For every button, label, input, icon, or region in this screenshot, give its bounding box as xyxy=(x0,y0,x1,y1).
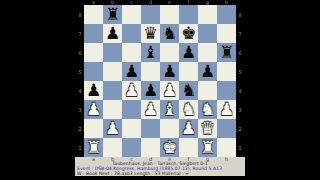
square-d2[interactable] xyxy=(141,119,160,138)
rank-label-6: 6 xyxy=(237,43,243,62)
square-a6[interactable] xyxy=(84,43,103,62)
square-d1[interactable] xyxy=(141,138,160,157)
piece-black-knight[interactable]: ♞ xyxy=(181,81,196,100)
piece-white-pawn[interactable]: ♟ xyxy=(105,119,120,138)
rank-label-4: 4 xyxy=(77,81,83,100)
square-a3[interactable]: ♟ xyxy=(84,100,103,119)
square-c6[interactable] xyxy=(122,43,141,62)
square-e2[interactable] xyxy=(160,119,179,138)
piece-black-pawn[interactable]: ♟ xyxy=(86,81,101,100)
rank-label-1: 1 xyxy=(237,138,243,157)
rank-label-8: 8 xyxy=(237,5,243,24)
square-e4[interactable]: ♟ xyxy=(160,81,179,100)
square-g6[interactable] xyxy=(198,43,217,62)
piece-white-pawn[interactable]: ♟ xyxy=(86,100,101,119)
rank-label-5: 5 xyxy=(237,62,243,81)
piece-black-bishop[interactable]: ♝ xyxy=(143,43,158,62)
square-a7[interactable] xyxy=(84,24,103,43)
square-d4[interactable]: ♟ xyxy=(141,81,160,100)
square-a4[interactable]: ♟ xyxy=(84,81,103,100)
rank-label-7: 7 xyxy=(237,24,243,43)
piece-white-pawn[interactable]: ♟ xyxy=(219,100,234,119)
square-b2[interactable]: ♟ xyxy=(103,119,122,138)
piece-white-rook[interactable]: ♜ xyxy=(200,138,215,157)
square-a1[interactable]: ♜ xyxy=(84,138,103,157)
square-c7[interactable] xyxy=(122,24,141,43)
square-g1[interactable]: ♜ xyxy=(198,138,217,157)
square-d3[interactable]: ♟ xyxy=(141,100,160,119)
piece-black-queen[interactable]: ♛ xyxy=(143,24,158,43)
piece-black-rook[interactable]: ♜ xyxy=(219,43,234,62)
square-e8[interactable] xyxy=(160,5,179,24)
rank-label-1: 1 xyxy=(77,138,83,157)
chess-board: ♜♟♛♞♚♝♟♜♟♟♟♟♟♟♟♞♟♟♝♞♞♟♟♟♛♜♚♜ xyxy=(84,5,236,157)
square-d7[interactable]: ♛ xyxy=(141,24,160,43)
piece-white-pawn[interactable]: ♟ xyxy=(143,100,158,119)
square-g4[interactable] xyxy=(198,81,217,100)
square-f3[interactable]: ♞ xyxy=(179,100,198,119)
square-b3[interactable] xyxy=(103,100,122,119)
square-f4[interactable]: ♞ xyxy=(179,81,198,100)
rank-label-7: 7 xyxy=(77,24,83,43)
square-c8[interactable] xyxy=(122,5,141,24)
piece-black-pawn[interactable]: ♟ xyxy=(200,62,215,81)
piece-white-pawn[interactable]: ♟ xyxy=(162,81,177,100)
piece-black-pawn[interactable]: ♟ xyxy=(162,62,177,81)
square-h3[interactable]: ♟ xyxy=(217,100,236,119)
board-rank-labels-left: 87654321 xyxy=(77,5,83,157)
square-d6[interactable]: ♝ xyxy=(141,43,160,62)
game-info-banner: abcdefgh Taubenhaus, Jean - Tarrasch, Si… xyxy=(75,157,245,176)
piece-black-pawn[interactable]: ♟ xyxy=(124,62,139,81)
square-c3[interactable] xyxy=(122,100,141,119)
rank-label-4: 4 xyxy=(237,81,243,100)
square-d8[interactable] xyxy=(141,5,160,24)
square-g7[interactable] xyxy=(198,24,217,43)
square-b8[interactable]: ♜ xyxy=(103,5,122,24)
square-h2[interactable] xyxy=(217,119,236,138)
square-f5[interactable] xyxy=(179,62,198,81)
piece-black-rook[interactable]: ♜ xyxy=(105,5,120,24)
square-c5[interactable]: ♟ xyxy=(122,62,141,81)
rank-label-2: 2 xyxy=(77,119,83,138)
piece-white-pawn[interactable]: ♟ xyxy=(124,81,139,100)
piece-black-king[interactable]: ♚ xyxy=(181,24,196,43)
piece-white-bishop[interactable]: ♝ xyxy=(162,100,177,119)
piece-white-king[interactable]: ♚ xyxy=(162,138,177,157)
rank-label-6: 6 xyxy=(77,43,83,62)
square-c1[interactable] xyxy=(122,138,141,157)
square-e7[interactable]: ♞ xyxy=(160,24,179,43)
video-frame: abcdefgh 87654321 87654321 ♜♟♛♞♚♝♟♜♟♟♟♟♟… xyxy=(0,0,320,180)
square-e3[interactable]: ♝ xyxy=(160,100,179,119)
square-b1[interactable] xyxy=(103,138,122,157)
square-h4[interactable] xyxy=(217,81,236,100)
piece-black-pawn[interactable]: ♟ xyxy=(143,81,158,100)
square-h7[interactable] xyxy=(217,24,236,43)
stats-line: W : Book Next : 28.axb3 Length : 53 Mate… xyxy=(77,172,243,177)
square-g8[interactable] xyxy=(198,5,217,24)
square-g5[interactable]: ♟ xyxy=(198,62,217,81)
square-c4[interactable]: ♟ xyxy=(122,81,141,100)
square-f6[interactable]: ♟ xyxy=(179,43,198,62)
square-c2[interactable] xyxy=(122,119,141,138)
rank-label-8: 8 xyxy=(77,5,83,24)
piece-white-pawn[interactable]: ♟ xyxy=(181,119,196,138)
piece-white-knight[interactable]: ♞ xyxy=(181,100,196,119)
rank-label-2: 2 xyxy=(237,119,243,138)
board-rank-labels-right: 87654321 xyxy=(237,5,243,157)
square-f1[interactable] xyxy=(179,138,198,157)
square-e5[interactable]: ♟ xyxy=(160,62,179,81)
piece-white-queen[interactable]: ♛ xyxy=(200,119,215,138)
square-f2[interactable]: ♟ xyxy=(179,119,198,138)
piece-white-knight[interactable]: ♞ xyxy=(200,100,215,119)
square-b5[interactable] xyxy=(103,62,122,81)
square-b4[interactable] xyxy=(103,81,122,100)
square-d5[interactable] xyxy=(141,62,160,81)
square-e1[interactable]: ♚ xyxy=(160,138,179,157)
rank-label-3: 3 xyxy=(77,100,83,119)
square-a2[interactable] xyxy=(84,119,103,138)
square-e6[interactable] xyxy=(160,43,179,62)
square-b6[interactable] xyxy=(103,43,122,62)
square-b7[interactable]: ♟ xyxy=(103,24,122,43)
square-f7[interactable]: ♚ xyxy=(179,24,198,43)
rank-label-5: 5 xyxy=(77,62,83,81)
square-g3[interactable]: ♞ xyxy=(198,100,217,119)
rank-label-3: 3 xyxy=(237,100,243,119)
piece-black-knight[interactable]: ♞ xyxy=(162,24,177,43)
square-h5[interactable] xyxy=(217,62,236,81)
square-h8[interactable] xyxy=(217,5,236,24)
square-a5[interactable] xyxy=(84,62,103,81)
square-h6[interactable]: ♜ xyxy=(217,43,236,62)
square-h1[interactable] xyxy=(217,138,236,157)
piece-white-rook[interactable]: ♜ xyxy=(86,138,101,157)
square-a8[interactable] xyxy=(84,5,103,24)
piece-black-pawn[interactable]: ♟ xyxy=(181,43,196,62)
square-g2[interactable]: ♛ xyxy=(198,119,217,138)
square-f8[interactable] xyxy=(179,5,198,24)
piece-black-pawn[interactable]: ♟ xyxy=(105,24,120,43)
